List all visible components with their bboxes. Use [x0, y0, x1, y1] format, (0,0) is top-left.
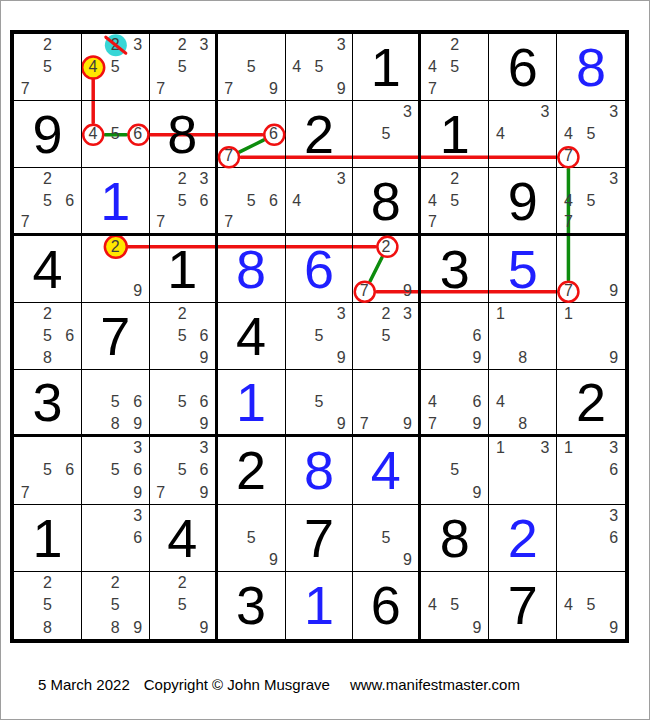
candidate-6: 6: [193, 392, 215, 413]
cell-r2c7[interactable]: 1: [421, 101, 489, 168]
given-digit: 7: [100, 309, 130, 363]
cell-r7c7[interactable]: 59: [421, 437, 489, 504]
candidate-2: 2: [171, 572, 193, 594]
candidate-4: 4: [489, 392, 511, 413]
given-digit: 4: [167, 511, 197, 565]
candidate-3: 3: [397, 101, 419, 123]
candidate-5: 5: [104, 123, 126, 145]
cell-r6c8[interactable]: 48: [489, 370, 557, 437]
pencil-marks: 259: [150, 572, 215, 639]
cell-r1c3[interactable]: 2357: [150, 34, 218, 101]
pencil-marks: 23567: [150, 168, 215, 232]
cell-r1c7[interactable]: 2457: [421, 34, 489, 101]
cell-r2c4[interactable]: 67: [218, 101, 286, 168]
pencil-marks: 79: [557, 236, 625, 302]
candidate-9: 9: [262, 78, 284, 100]
pencil-marks: 59: [353, 505, 418, 571]
pencil-marks: 2569: [150, 303, 215, 369]
cell-r5c3[interactable]: 2569: [150, 303, 218, 370]
candidate-2: 2: [104, 236, 126, 258]
given-digit: 2: [304, 107, 334, 161]
solved-digit: 6: [304, 242, 334, 296]
candidate-3: 3: [126, 437, 148, 459]
candidate-5: 5: [104, 594, 126, 616]
candidate-9: 9: [330, 413, 352, 434]
cell-r7c2[interactable]: 3569: [82, 437, 150, 504]
candidate-6: 6: [193, 190, 215, 211]
pencil-marks: 34: [286, 168, 353, 232]
candidate-6: 6: [126, 123, 148, 145]
cell-r2c5[interactable]: 2: [286, 101, 354, 168]
candidate-5: 5: [308, 392, 330, 413]
cell-r5c1[interactable]: 2568: [14, 303, 82, 370]
pencil-marks: 2568: [14, 303, 81, 369]
cell-r2c3[interactable]: 8: [150, 101, 218, 168]
given-digit: 1: [167, 242, 197, 296]
cell-r3c2[interactable]: 1: [82, 168, 150, 235]
pencil-marks: 36: [82, 505, 149, 571]
candidate-3: 3: [602, 168, 625, 189]
cell-r4c6[interactable]: 279: [353, 236, 421, 303]
candidate-9: 9: [466, 481, 488, 503]
candidate-2: 2: [36, 34, 58, 56]
solved-digit: 8: [236, 242, 266, 296]
given-digit: 6: [371, 578, 401, 632]
pencil-marks: 279: [353, 236, 418, 302]
candidate-3: 3: [330, 168, 352, 189]
pencil-marks: 69: [421, 303, 488, 369]
candidate-5: 5: [104, 459, 126, 481]
candidate-9: 9: [193, 481, 215, 503]
candidate-5: 5: [444, 594, 466, 616]
cell-r4c2[interactable]: 29: [82, 236, 150, 303]
given-digit: 2: [236, 443, 266, 497]
candidate-5: 5: [240, 190, 262, 211]
cell-r9c5[interactable]: 1: [286, 572, 354, 639]
candidate-9: 9: [193, 617, 215, 639]
cell-r1c5[interactable]: 3459: [286, 34, 354, 101]
candidate-9: 9: [602, 280, 625, 302]
candidate-7: 7: [218, 78, 240, 100]
pencil-marks: 456: [82, 101, 149, 167]
candidate-8: 8: [36, 347, 58, 369]
candidate-7: 7: [14, 211, 36, 232]
given-digit: 2: [576, 375, 606, 429]
candidate-8: 8: [512, 347, 534, 369]
cell-r7c4[interactable]: 2: [218, 437, 286, 504]
pencil-marks: 459: [557, 572, 625, 639]
candidate-6: 6: [126, 527, 148, 549]
candidate-5: 5: [104, 392, 126, 413]
sudoku-board: 2572345235757934591245768945686723513434…: [10, 30, 629, 643]
cell-r3c3[interactable]: 23567: [150, 168, 218, 235]
cell-r8c9[interactable]: 36: [557, 505, 625, 572]
pencil-marks: 2357: [150, 34, 215, 100]
cell-r6c4[interactable]: 1: [218, 370, 286, 437]
pencil-marks: 569: [150, 370, 215, 434]
candidate-7: 7: [218, 145, 240, 167]
candidate-6: 6: [193, 459, 215, 481]
cell-r6c9[interactable]: 2: [557, 370, 625, 437]
cell-r3c5[interactable]: 34: [286, 168, 354, 235]
candidate-3: 3: [397, 303, 419, 325]
cell-r8c1[interactable]: 1: [14, 505, 82, 572]
cell-r9c6[interactable]: 6: [353, 572, 421, 639]
sudoku-page: 2572345235757934591245768945686723513434…: [0, 0, 650, 720]
cell-r4c4[interactable]: 8: [218, 236, 286, 303]
candidate-5: 5: [240, 527, 262, 549]
candidate-1: 1: [557, 437, 580, 459]
candidate-9: 9: [330, 347, 352, 369]
candidate-7: 7: [421, 413, 443, 434]
pencil-marks: 2345: [82, 34, 149, 100]
candidate-2: 2: [444, 168, 466, 189]
solved-digit: 4: [371, 443, 401, 497]
candidate-3: 3: [602, 437, 625, 459]
cell-r9c1[interactable]: 258: [14, 572, 82, 639]
candidate-6: 6: [193, 325, 215, 347]
candidate-1: 1: [489, 303, 511, 325]
cell-r7c8[interactable]: 13: [489, 437, 557, 504]
cell-r4c9[interactable]: 79: [557, 236, 625, 303]
pencil-marks: 459: [421, 572, 488, 639]
cell-r6c7[interactable]: 4679: [421, 370, 489, 437]
cell-r9c2[interactable]: 2589: [82, 572, 150, 639]
cell-r3c4[interactable]: 567: [218, 168, 286, 235]
candidate-9: 9: [193, 413, 215, 434]
candidate-2: 2: [36, 168, 58, 189]
candidate-6: 6: [262, 190, 284, 211]
given-digit: 4: [236, 309, 266, 363]
cell-r4c7[interactable]: 3: [421, 236, 489, 303]
cell-r7c1[interactable]: 567: [14, 437, 82, 504]
cell-r4c3[interactable]: 1: [150, 236, 218, 303]
pencil-marks: 359: [286, 303, 353, 369]
cell-r8c4[interactable]: 59: [218, 505, 286, 572]
candidate-5: 5: [171, 594, 193, 616]
candidate-5: 5: [375, 527, 397, 549]
candidate-6: 6: [59, 459, 81, 481]
pencil-marks: 579: [218, 34, 285, 100]
candidate-7: 7: [557, 280, 580, 302]
cell-r4c8[interactable]: 5: [489, 236, 557, 303]
candidate-4: 4: [421, 190, 443, 211]
candidate-7: 7: [421, 78, 443, 100]
candidate-4: 4: [286, 56, 308, 78]
given-digit: 8: [371, 174, 401, 228]
candidate-6: 6: [466, 325, 488, 347]
given-digit: 6: [508, 40, 538, 94]
candidate-8: 8: [104, 413, 126, 434]
pencil-marks: 5689: [82, 370, 149, 434]
cell-r1c6[interactable]: 1: [353, 34, 421, 101]
candidate-4: 4: [421, 594, 443, 616]
cell-r8c2[interactable]: 36: [82, 505, 150, 572]
pencil-marks: 59: [218, 505, 285, 571]
pencil-marks: 2589: [82, 572, 149, 639]
cell-r2c2[interactable]: 456: [82, 101, 150, 168]
candidate-6: 6: [602, 527, 625, 549]
pencil-marks: 67: [218, 101, 285, 167]
candidate-4: 4: [82, 123, 104, 145]
cell-r6c5[interactable]: 59: [286, 370, 354, 437]
pencil-marks: 35: [353, 101, 418, 167]
candidate-4: 4: [421, 56, 443, 78]
candidate-9: 9: [466, 347, 488, 369]
candidate-5: 5: [308, 56, 330, 78]
candidate-5: 5: [171, 325, 193, 347]
cell-r1c8[interactable]: 6: [489, 34, 557, 101]
solved-digit: 1: [236, 375, 266, 429]
candidate-5: 5: [444, 459, 466, 481]
cell-r9c7[interactable]: 459: [421, 572, 489, 639]
candidate-3: 3: [602, 505, 625, 527]
cell-r1c4[interactable]: 579: [218, 34, 286, 101]
candidate-5: 5: [171, 56, 193, 78]
candidate-2: 2: [104, 34, 126, 56]
candidate-7: 7: [557, 145, 580, 167]
candidate-5: 5: [36, 594, 58, 616]
candidate-2: 2: [444, 34, 466, 56]
cell-r5c7[interactable]: 69: [421, 303, 489, 370]
cell-r6c2[interactable]: 5689: [82, 370, 150, 437]
pencil-marks: 2457: [421, 168, 488, 232]
candidate-5: 5: [580, 123, 603, 145]
pencil-marks: 567: [218, 168, 285, 232]
candidate-4: 4: [557, 594, 580, 616]
cell-r7c9[interactable]: 136: [557, 437, 625, 504]
candidate-6: 6: [126, 459, 148, 481]
given-digit: 4: [32, 242, 62, 296]
solved-digit: 2: [508, 511, 538, 565]
solved-digit: 1: [100, 174, 130, 228]
candidate-7: 7: [353, 280, 375, 302]
pencil-marks: 2567: [14, 168, 81, 232]
candidate-5: 5: [36, 190, 58, 211]
candidate-4: 4: [557, 123, 580, 145]
candidate-4: 4: [421, 392, 443, 413]
given-digit: 9: [508, 174, 538, 228]
pencil-marks: 29: [82, 236, 149, 302]
cell-r8c5[interactable]: 7: [286, 505, 354, 572]
cell-r8c3[interactable]: 4: [150, 505, 218, 572]
candidate-5: 5: [375, 123, 397, 145]
candidate-3: 3: [330, 34, 352, 56]
candidate-7: 7: [150, 481, 172, 503]
pencil-marks: 258: [14, 572, 81, 639]
given-digit: 3: [32, 375, 62, 429]
candidate-5: 5: [104, 56, 126, 78]
pencil-marks: 48: [489, 370, 556, 434]
cell-r1c9[interactable]: 8: [557, 34, 625, 101]
cell-r9c9[interactable]: 459: [557, 572, 625, 639]
candidate-4: 4: [82, 56, 104, 78]
candidate-7: 7: [150, 78, 172, 100]
candidate-9: 9: [126, 413, 148, 434]
candidate-7: 7: [150, 211, 172, 232]
candidate-9: 9: [397, 280, 419, 302]
pencil-marks: 257: [14, 34, 81, 100]
candidate-4: 4: [557, 190, 580, 211]
cell-r5c8[interactable]: 18: [489, 303, 557, 370]
candidate-5: 5: [36, 56, 58, 78]
solved-digit: 8: [304, 443, 334, 497]
candidate-9: 9: [466, 617, 488, 639]
pencil-marks: 3457: [557, 101, 625, 167]
candidate-6: 6: [59, 325, 81, 347]
candidate-5: 5: [36, 325, 58, 347]
pencil-marks: 3459: [286, 34, 353, 100]
cell-r2c6[interactable]: 35: [353, 101, 421, 168]
cell-r5c9[interactable]: 19: [557, 303, 625, 370]
candidate-2: 2: [36, 572, 58, 594]
candidate-3: 3: [193, 34, 215, 56]
solved-digit: 1: [304, 578, 334, 632]
candidate-2: 2: [375, 236, 397, 258]
candidate-5: 5: [308, 325, 330, 347]
candidate-3: 3: [126, 505, 148, 527]
candidate-7: 7: [14, 481, 36, 503]
candidate-7: 7: [14, 78, 36, 100]
candidate-9: 9: [126, 481, 148, 503]
cell-r3c7[interactable]: 2457: [421, 168, 489, 235]
pencil-marks: 4679: [421, 370, 488, 434]
candidate-7: 7: [353, 413, 375, 434]
candidate-9: 9: [262, 549, 284, 571]
candidate-9: 9: [466, 413, 488, 434]
pencil-marks: 34: [489, 101, 556, 167]
pencil-marks: 2457: [421, 34, 488, 100]
pencil-marks: 59: [421, 437, 488, 503]
candidate-8: 8: [36, 617, 58, 639]
pencil-marks: 136: [557, 437, 625, 503]
candidate-9: 9: [330, 78, 352, 100]
candidate-3: 3: [193, 168, 215, 189]
candidate-8: 8: [512, 413, 534, 434]
candidate-6: 6: [126, 392, 148, 413]
candidate-9: 9: [397, 413, 419, 434]
candidate-5: 5: [36, 459, 58, 481]
cell-r9c3[interactable]: 259: [150, 572, 218, 639]
candidate-5: 5: [240, 56, 262, 78]
cell-r8c7[interactable]: 8: [421, 505, 489, 572]
cell-r6c6[interactable]: 79: [353, 370, 421, 437]
candidate-3: 3: [193, 437, 215, 459]
cell-r7c6[interactable]: 4: [353, 437, 421, 504]
given-digit: 1: [371, 40, 401, 94]
cell-r2c1[interactable]: 9: [14, 101, 82, 168]
candidate-9: 9: [397, 549, 419, 571]
pencil-marks: 235: [353, 303, 418, 369]
candidate-5: 5: [375, 325, 397, 347]
candidate-1: 1: [489, 437, 511, 459]
pencil-marks: 567: [14, 437, 81, 503]
cell-r2c9[interactable]: 3457: [557, 101, 625, 168]
pencil-marks: 3457: [557, 168, 625, 232]
candidate-2: 2: [375, 303, 397, 325]
cell-r7c3[interactable]: 35679: [150, 437, 218, 504]
candidate-5: 5: [444, 56, 466, 78]
pencil-marks: 35679: [150, 437, 215, 503]
cell-r5c2[interactable]: 7: [82, 303, 150, 370]
cell-r9c4[interactable]: 3: [218, 572, 286, 639]
cell-r4c5[interactable]: 6: [286, 236, 354, 303]
candidate-3: 3: [534, 101, 556, 123]
candidate-2: 2: [36, 303, 58, 325]
candidate-9: 9: [126, 280, 148, 302]
cell-r3c8[interactable]: 9: [489, 168, 557, 235]
candidate-5: 5: [444, 190, 466, 211]
candidate-4: 4: [286, 190, 308, 211]
candidate-8: 8: [104, 617, 126, 639]
cell-r6c3[interactable]: 569: [150, 370, 218, 437]
footer-copyright: Copyright © John Musgrave: [144, 676, 330, 693]
candidate-5: 5: [580, 190, 603, 211]
cell-r3c9[interactable]: 3457: [557, 168, 625, 235]
pencil-marks: 13: [489, 437, 556, 503]
given-digit: 7: [304, 511, 334, 565]
cell-r8c8[interactable]: 2: [489, 505, 557, 572]
candidate-2: 2: [171, 168, 193, 189]
cell-r7c5[interactable]: 8: [286, 437, 354, 504]
candidate-2: 2: [104, 572, 126, 594]
cell-r5c4[interactable]: 4: [218, 303, 286, 370]
candidate-7: 7: [218, 211, 240, 232]
pencil-marks: 36: [557, 505, 625, 571]
cell-r4c1[interactable]: 4: [14, 236, 82, 303]
candidate-4: 4: [489, 123, 511, 145]
cell-r8c6[interactable]: 59: [353, 505, 421, 572]
candidate-9: 9: [602, 347, 625, 369]
candidate-9: 9: [193, 347, 215, 369]
pencil-marks: 59: [286, 370, 353, 434]
candidate-9: 9: [602, 617, 625, 639]
candidate-2: 2: [171, 34, 193, 56]
footer-date: 5 March 2022: [38, 676, 130, 693]
footer: 5 March 2022Copyright © John Musgravewww…: [38, 676, 520, 693]
given-digit: 1: [32, 511, 62, 565]
cell-r2c8[interactable]: 34: [489, 101, 557, 168]
solved-digit: 8: [576, 40, 606, 94]
candidate-5: 5: [580, 594, 603, 616]
candidate-7: 7: [421, 211, 443, 232]
cell-r1c1[interactable]: 257: [14, 34, 82, 101]
given-digit: 1: [440, 107, 470, 161]
cell-r3c1[interactable]: 2567: [14, 168, 82, 235]
candidate-2: 2: [171, 303, 193, 325]
solved-digit: 5: [508, 242, 538, 296]
given-digit: 7: [508, 578, 538, 632]
candidate-5: 5: [171, 392, 193, 413]
cell-r5c6[interactable]: 235: [353, 303, 421, 370]
candidate-5: 5: [171, 190, 193, 211]
candidate-6: 6: [466, 392, 488, 413]
candidate-3: 3: [126, 34, 148, 56]
cell-r9c8[interactable]: 7: [489, 572, 557, 639]
given-digit: 3: [440, 242, 470, 296]
given-digit: 3: [236, 578, 266, 632]
cell-r6c1[interactable]: 3: [14, 370, 82, 437]
candidate-6: 6: [262, 123, 284, 145]
given-digit: 8: [440, 511, 470, 565]
cell-r3c6[interactable]: 8: [353, 168, 421, 235]
cell-r1c2[interactable]: 2345: [82, 34, 150, 101]
candidate-3: 3: [534, 437, 556, 459]
candidate-6: 6: [59, 190, 81, 211]
given-digit: 9: [32, 107, 62, 161]
cell-r5c5[interactable]: 359: [286, 303, 354, 370]
candidate-3: 3: [330, 303, 352, 325]
